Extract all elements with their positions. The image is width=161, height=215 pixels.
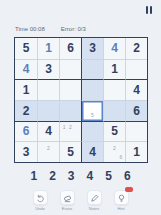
given-digit: 4 <box>89 146 96 158</box>
cell-r2c4[interactable] <box>81 59 103 80</box>
cell-r3c3[interactable] <box>59 79 81 100</box>
cell-r3c5[interactable] <box>103 79 125 100</box>
tool-label: Notes <box>89 206 99 211</box>
pencil-notes: 12 <box>61 123 80 141</box>
numpad-1[interactable]: 1 <box>30 169 37 183</box>
cell-r6c1[interactable]: 3 <box>15 141 37 162</box>
cell-r6c6[interactable]: 1 <box>125 141 147 162</box>
numpad-2[interactable]: 2 <box>49 169 56 183</box>
cell-r4c4[interactable]: 5 <box>81 100 103 121</box>
given-digit: 6 <box>133 105 140 117</box>
cell-r1c6[interactable]: 2 <box>125 38 147 59</box>
given-digit: 3 <box>45 63 52 75</box>
numpad-3[interactable]: 3 <box>68 169 75 183</box>
given-digit: 1 <box>23 84 30 96</box>
user-digit: 4 <box>23 63 30 75</box>
undo-icon <box>36 189 45 207</box>
given-digit: 6 <box>67 42 74 54</box>
pencil-notes: 2 <box>39 143 58 161</box>
notes-icon <box>90 189 99 207</box>
cell-r1c5[interactable]: 4 <box>103 38 125 59</box>
given-digit: 2 <box>133 42 140 54</box>
toolbar: UndoEraseNotesHint <box>0 190 161 211</box>
given-digit: 5 <box>111 125 118 137</box>
cell-r1c2[interactable]: 1 <box>37 38 59 59</box>
note-digit: 2 <box>67 123 73 132</box>
tool-label: Erase <box>62 206 72 211</box>
cell-r6c2[interactable]: 2 <box>37 141 59 162</box>
hint-button[interactable]: Hint <box>114 190 129 211</box>
time-label: Time 00:08 <box>15 26 45 32</box>
sudoku-app: Time 00:08 Error: 0/3 516342431142566412… <box>0 0 161 215</box>
cell-r3c6[interactable]: 4 <box>125 79 147 100</box>
cell-r4c2[interactable] <box>37 100 59 121</box>
given-digit: 3 <box>89 42 96 54</box>
cell-r2c1[interactable]: 4 <box>15 59 37 80</box>
cell-r5c5[interactable]: 5 <box>103 121 125 142</box>
cell-r6c3[interactable]: 5 <box>59 141 81 162</box>
cell-r5c1[interactable]: 6 <box>15 121 37 142</box>
given-digit: 4 <box>133 84 140 96</box>
sudoku-board: 51634243114256641253254261 <box>14 37 148 163</box>
numpad-5[interactable]: 5 <box>105 169 112 183</box>
numpad-6[interactable]: 6 <box>124 169 131 183</box>
note-digit: 5 <box>89 111 95 120</box>
cell-r3c1[interactable]: 1 <box>15 79 37 100</box>
cell-r4c6[interactable]: 6 <box>125 100 147 121</box>
given-digit: 5 <box>67 146 74 158</box>
given-digit: 4 <box>45 125 52 137</box>
pause-icon <box>150 6 152 14</box>
cell-r2c3[interactable] <box>59 59 81 80</box>
cell-r2c5[interactable]: 1 <box>103 59 125 80</box>
given-digit: 1 <box>133 146 140 158</box>
note-digit: 6 <box>118 152 124 161</box>
cell-r4c1[interactable]: 2 <box>15 100 37 121</box>
tool-label: Hint <box>117 206 124 211</box>
pause-button[interactable] <box>144 5 154 14</box>
cell-r6c5[interactable]: 26 <box>103 141 125 162</box>
cell-r6c4[interactable]: 4 <box>81 141 103 162</box>
notes-button[interactable]: Notes <box>87 190 102 211</box>
cell-r4c3[interactable] <box>59 100 81 121</box>
error-label: Error: 0/3 <box>61 26 86 32</box>
cell-r2c6[interactable] <box>125 59 147 80</box>
pause-icon <box>146 6 148 14</box>
cell-r1c4[interactable]: 3 <box>81 38 103 59</box>
cell-r5c6[interactable] <box>125 121 147 142</box>
hint-icon <box>117 189 126 207</box>
given-digit: 2 <box>23 105 30 117</box>
note-digit: 2 <box>45 143 51 152</box>
erase-icon <box>63 189 72 207</box>
cell-r5c2[interactable]: 4 <box>37 121 59 142</box>
cell-r5c4[interactable] <box>81 121 103 142</box>
user-digit: 4 <box>111 42 118 54</box>
note-digit: 2 <box>111 143 117 152</box>
pencil-notes: 5 <box>83 102 102 120</box>
user-digit: 1 <box>45 42 52 54</box>
hint-badge <box>125 187 133 192</box>
given-digit: 3 <box>23 146 30 158</box>
numpad-4[interactable]: 4 <box>87 169 94 183</box>
numpad: 123456 <box>0 169 161 183</box>
erase-button[interactable]: Erase <box>60 190 75 211</box>
cell-r5c3[interactable]: 12 <box>59 121 81 142</box>
cell-r3c4[interactable] <box>81 79 103 100</box>
user-digit: 6 <box>23 125 30 137</box>
pencil-notes: 26 <box>105 143 124 161</box>
cell-r2c2[interactable]: 3 <box>37 59 59 80</box>
cell-r3c2[interactable] <box>37 79 59 100</box>
undo-button[interactable]: Undo <box>33 190 48 211</box>
cell-r1c1[interactable]: 5 <box>15 38 37 59</box>
stats-bar: Time 00:08 Error: 0/3 <box>15 26 147 32</box>
given-digit: 1 <box>111 63 118 75</box>
given-digit: 5 <box>23 42 30 54</box>
cell-r4c5[interactable] <box>103 100 125 121</box>
tool-label: Undo <box>35 206 45 211</box>
cell-r1c3[interactable]: 6 <box>59 38 81 59</box>
